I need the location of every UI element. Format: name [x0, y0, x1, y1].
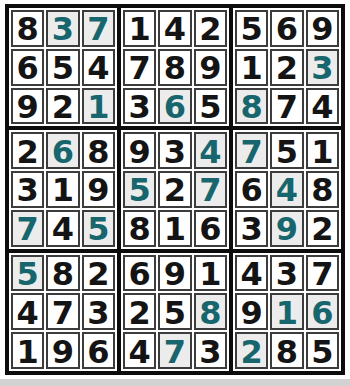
- cell-digit: 4: [129, 336, 151, 368]
- cell-digit: 8: [17, 13, 39, 45]
- sudoku-cell-r9c4[interactable]: 4: [123, 332, 156, 369]
- sudoku-cell-r5c4[interactable]: 5: [123, 171, 156, 208]
- cell-digit: 9: [276, 213, 298, 245]
- cell-digit: 1: [87, 91, 109, 123]
- sudoku-cell-r5c3[interactable]: 9: [82, 171, 115, 208]
- sudoku-cell-r1c9[interactable]: 9: [306, 10, 339, 47]
- sudoku-cell-r6c3[interactable]: 5: [82, 210, 115, 247]
- cell-digit: 6: [276, 13, 298, 45]
- sudoku-cell-r6c2[interactable]: 4: [46, 210, 79, 247]
- sudoku-cell-r5c1[interactable]: 3: [11, 171, 44, 208]
- sudoku-box: 691258473: [119, 251, 231, 373]
- sudoku-cell-r3c2[interactable]: 2: [46, 88, 79, 125]
- cell-digit: 7: [241, 136, 263, 168]
- sudoku-cell-r7c5[interactable]: 9: [158, 255, 191, 292]
- cell-digit: 5: [17, 258, 39, 290]
- sudoku-cell-r6c1[interactable]: 7: [11, 210, 44, 247]
- cell-digit: 2: [129, 297, 151, 329]
- sudoku-cell-r9c5[interactable]: 7: [158, 332, 191, 369]
- cell-digit: 7: [52, 297, 74, 329]
- cell-digit: 6: [241, 174, 263, 206]
- sudoku-cell-r3c5[interactable]: 6: [158, 88, 191, 125]
- sudoku-cell-r9c2[interactable]: 9: [46, 332, 79, 369]
- cell-digit: 2: [199, 13, 221, 45]
- cell-digit: 1: [199, 258, 221, 290]
- sudoku-box: 437916285: [231, 251, 343, 373]
- sudoku-board: 8376549211427893655691238742683197459345…: [5, 4, 345, 375]
- cell-digit: 2: [164, 174, 186, 206]
- cell-digit: 4: [164, 13, 186, 45]
- sudoku-cell-r4c4[interactable]: 9: [123, 132, 156, 169]
- sudoku-cell-r9c6[interactable]: 3: [194, 332, 227, 369]
- sudoku-cell-r9c8[interactable]: 8: [270, 332, 303, 369]
- sudoku-box: 837654921: [7, 6, 119, 128]
- sudoku-cell-r8c4[interactable]: 2: [123, 293, 156, 330]
- sudoku-cell-r6c6[interactable]: 6: [194, 210, 227, 247]
- sudoku-cell-r7c3[interactable]: 2: [82, 255, 115, 292]
- cell-digit: 5: [52, 52, 74, 84]
- cell-digit: 5: [241, 13, 263, 45]
- sudoku-cell-r8c9[interactable]: 6: [306, 293, 339, 330]
- sudoku-cell-r8c1[interactable]: 4: [11, 293, 44, 330]
- sudoku-cell-r7c9[interactable]: 7: [306, 255, 339, 292]
- cell-digit: 8: [164, 52, 186, 84]
- cell-digit: 6: [129, 258, 151, 290]
- sudoku-cell-r4c1[interactable]: 2: [11, 132, 44, 169]
- cell-digit: 9: [52, 336, 74, 368]
- sudoku-cell-r1c3[interactable]: 7: [82, 10, 115, 47]
- cell-digit: 4: [276, 174, 298, 206]
- cell-digit: 4: [311, 91, 333, 123]
- sudoku-cell-r2c5[interactable]: 8: [158, 49, 191, 86]
- sudoku-cell-r2c2[interactable]: 5: [46, 49, 79, 86]
- sudoku-cell-r4c5[interactable]: 3: [158, 132, 191, 169]
- sudoku-cell-r4c8[interactable]: 5: [270, 132, 303, 169]
- cell-digit: 2: [17, 136, 39, 168]
- cell-digit: 3: [52, 13, 74, 45]
- sudoku-box: 569123874: [231, 6, 343, 128]
- cell-digit: 9: [87, 174, 109, 206]
- cell-digit: 6: [311, 297, 333, 329]
- sudoku-cell-r5c8[interactable]: 4: [270, 171, 303, 208]
- sudoku-cell-r8c5[interactable]: 5: [158, 293, 191, 330]
- sudoku-cell-r9c9[interactable]: 5: [306, 332, 339, 369]
- cell-digit: 1: [164, 213, 186, 245]
- sudoku-cell-r1c5[interactable]: 4: [158, 10, 191, 47]
- cell-digit: 6: [164, 91, 186, 123]
- cell-digit: 1: [241, 52, 263, 84]
- sudoku-cell-r5c2[interactable]: 1: [46, 171, 79, 208]
- sudoku-cell-r6c8[interactable]: 9: [270, 210, 303, 247]
- cell-digit: 5: [311, 336, 333, 368]
- sudoku-cell-r1c1[interactable]: 8: [11, 10, 44, 47]
- sudoku-cell-r5c7[interactable]: 6: [235, 171, 268, 208]
- cell-digit: 8: [129, 213, 151, 245]
- cell-digit: 7: [129, 52, 151, 84]
- cell-digit: 7: [276, 91, 298, 123]
- cell-digit: 5: [199, 91, 221, 123]
- cell-digit: 3: [129, 91, 151, 123]
- cell-digit: 5: [164, 297, 186, 329]
- cell-digit: 7: [199, 174, 221, 206]
- cell-digit: 1: [17, 336, 39, 368]
- cell-digit: 9: [311, 13, 333, 45]
- cell-digit: 1: [276, 297, 298, 329]
- sudoku-cell-r3c8[interactable]: 7: [270, 88, 303, 125]
- sudoku-cell-r7c1[interactable]: 5: [11, 255, 44, 292]
- cell-digit: 2: [87, 258, 109, 290]
- sudoku-cell-r5c6[interactable]: 7: [194, 171, 227, 208]
- sudoku-cell-r4c2[interactable]: 6: [46, 132, 79, 169]
- cell-digit: 4: [199, 136, 221, 168]
- cell-digit: 9: [17, 91, 39, 123]
- sudoku-cell-r6c9[interactable]: 2: [306, 210, 339, 247]
- sudoku-cell-r1c6[interactable]: 2: [194, 10, 227, 47]
- sudoku-cell-r9c1[interactable]: 1: [11, 332, 44, 369]
- sudoku-cell-r8c3[interactable]: 3: [82, 293, 115, 330]
- cell-digit: 3: [311, 52, 333, 84]
- sudoku-cell-r7c2[interactable]: 8: [46, 255, 79, 292]
- sudoku-cell-r4c6[interactable]: 4: [194, 132, 227, 169]
- sudoku-cell-r2c3[interactable]: 4: [82, 49, 115, 86]
- sudoku-box: 751648392: [231, 128, 343, 250]
- sudoku-cell-r5c5[interactable]: 2: [158, 171, 191, 208]
- sudoku-cell-r7c7[interactable]: 4: [235, 255, 268, 292]
- cell-digit: 6: [199, 213, 221, 245]
- sudoku-cell-r5c9[interactable]: 8: [306, 171, 339, 208]
- sudoku-cell-r9c3[interactable]: 6: [82, 332, 115, 369]
- sudoku-cell-r8c8[interactable]: 1: [270, 293, 303, 330]
- sudoku-cell-r2c8[interactable]: 2: [270, 49, 303, 86]
- sudoku-cell-r3c7[interactable]: 8: [235, 88, 268, 125]
- cell-digit: 3: [199, 336, 221, 368]
- cell-digit: 2: [311, 213, 333, 245]
- sudoku-cell-r4c3[interactable]: 8: [82, 132, 115, 169]
- sudoku-cell-r3c6[interactable]: 5: [194, 88, 227, 125]
- cell-digit: 8: [276, 336, 298, 368]
- sudoku-box: 582473196: [7, 251, 119, 373]
- sudoku-cell-r8c6[interactable]: 8: [194, 293, 227, 330]
- cell-digit: 5: [129, 174, 151, 206]
- sudoku-cell-r2c4[interactable]: 7: [123, 49, 156, 86]
- cell-digit: 9: [199, 52, 221, 84]
- sudoku-cell-r6c7[interactable]: 3: [235, 210, 268, 247]
- cell-digit: 5: [276, 136, 298, 168]
- cell-digit: 4: [17, 297, 39, 329]
- cell-digit: 2: [52, 91, 74, 123]
- sudoku-cell-r6c5[interactable]: 1: [158, 210, 191, 247]
- cell-digit: 2: [241, 336, 263, 368]
- cell-digit: 4: [52, 213, 74, 245]
- sudoku-box: 934527816: [119, 128, 231, 250]
- cell-digit: 8: [52, 258, 74, 290]
- cell-digit: 7: [311, 258, 333, 290]
- sudoku-cell-r3c1[interactable]: 9: [11, 88, 44, 125]
- cell-digit: 1: [52, 174, 74, 206]
- sudoku-cell-r1c7[interactable]: 5: [235, 10, 268, 47]
- cell-digit: 3: [87, 297, 109, 329]
- cell-digit: 8: [87, 136, 109, 168]
- cell-digit: 7: [164, 336, 186, 368]
- cell-digit: 1: [129, 13, 151, 45]
- cell-digit: 8: [311, 174, 333, 206]
- sudoku-cell-r4c7[interactable]: 7: [235, 132, 268, 169]
- cell-digit: 2: [276, 52, 298, 84]
- cell-digit: 4: [87, 52, 109, 84]
- sudoku-cell-r6c4[interactable]: 8: [123, 210, 156, 247]
- sudoku-sheet: 8376549211427893655691238742683197459345…: [0, 0, 350, 379]
- sudoku-cell-r9c7[interactable]: 2: [235, 332, 268, 369]
- cell-digit: 9: [241, 297, 263, 329]
- cell-digit: 8: [241, 91, 263, 123]
- cell-digit: 9: [129, 136, 151, 168]
- sudoku-cell-r8c7[interactable]: 9: [235, 293, 268, 330]
- cell-digit: 8: [199, 297, 221, 329]
- sudoku-cell-r3c4[interactable]: 3: [123, 88, 156, 125]
- sudoku-box: 268319745: [7, 128, 119, 250]
- sudoku-cell-r2c6[interactable]: 9: [194, 49, 227, 86]
- sudoku-cell-r2c1[interactable]: 6: [11, 49, 44, 86]
- sudoku-cell-r1c4[interactable]: 1: [123, 10, 156, 47]
- cell-digit: 5: [87, 213, 109, 245]
- cell-digit: 6: [17, 52, 39, 84]
- cell-digit: 6: [52, 136, 74, 168]
- sudoku-cell-r2c7[interactable]: 1: [235, 49, 268, 86]
- cell-digit: 9: [164, 258, 186, 290]
- cell-digit: 6: [87, 336, 109, 368]
- cell-digit: 7: [17, 213, 39, 245]
- sudoku-cell-r8c2[interactable]: 7: [46, 293, 79, 330]
- sudoku-cell-r7c8[interactable]: 3: [270, 255, 303, 292]
- sudoku-cell-r2c9[interactable]: 3: [306, 49, 339, 86]
- cell-digit: 3: [241, 213, 263, 245]
- sudoku-cell-r4c9[interactable]: 1: [306, 132, 339, 169]
- cell-digit: 4: [241, 258, 263, 290]
- cell-digit: 7: [87, 13, 109, 45]
- sudoku-cell-r3c9[interactable]: 4: [306, 88, 339, 125]
- sudoku-cell-r7c4[interactable]: 6: [123, 255, 156, 292]
- cell-digit: 3: [276, 258, 298, 290]
- sudoku-cell-r3c3[interactable]: 1: [82, 88, 115, 125]
- sudoku-box: 142789365: [119, 6, 231, 128]
- cell-digit: 3: [17, 174, 39, 206]
- cell-digit: 3: [164, 136, 186, 168]
- sudoku-cell-r1c2[interactable]: 3: [46, 10, 79, 47]
- cell-digit: 1: [311, 136, 333, 168]
- sudoku-cell-r7c6[interactable]: 1: [194, 255, 227, 292]
- sudoku-cell-r1c8[interactable]: 6: [270, 10, 303, 47]
